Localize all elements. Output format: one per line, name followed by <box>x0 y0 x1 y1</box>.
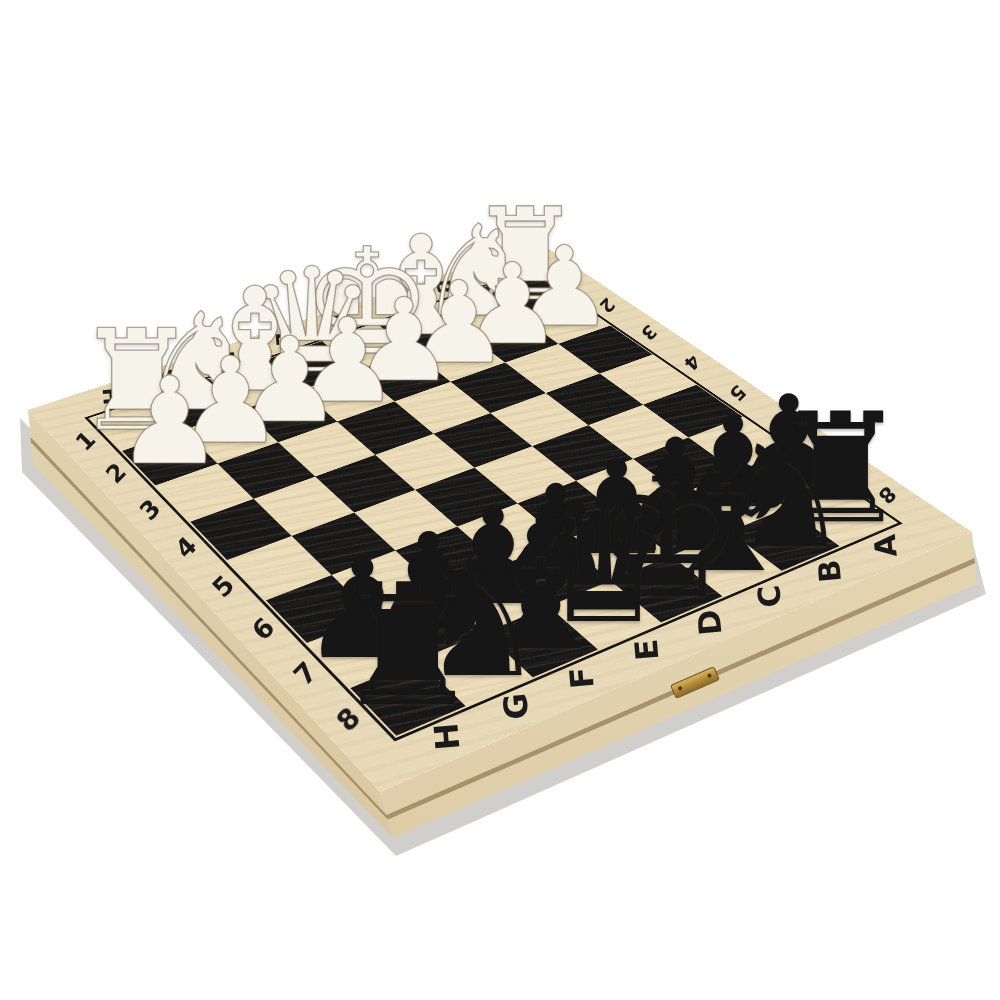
photo-stage: 1122334455667788AABBCCDDEEFFGGHH ♜♞♟♝♟♚♟… <box>0 0 1000 1000</box>
hinge-screw <box>677 685 682 690</box>
hinge-screw <box>707 673 712 678</box>
board-grid <box>28 243 972 792</box>
chess-board <box>28 243 972 792</box>
